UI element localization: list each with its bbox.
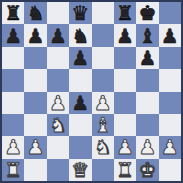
square-d5[interactable] [69, 69, 91, 91]
black-pawn[interactable]: ♟ [116, 25, 134, 45]
black-pawn[interactable]: ♟ [4, 25, 22, 45]
white-pawn[interactable]: ♟ [161, 137, 179, 157]
black-pawn[interactable]: ♟ [138, 47, 156, 67]
square-d2[interactable] [69, 136, 91, 158]
square-a6[interactable] [2, 47, 24, 69]
square-a8[interactable]: ♜ [2, 2, 24, 24]
square-h2[interactable]: ♟ [159, 136, 181, 158]
black-pawn[interactable]: ♟ [27, 25, 45, 45]
black-pawn[interactable]: ♟ [49, 25, 67, 45]
square-c2[interactable] [47, 136, 69, 158]
white-queen[interactable]: ♛ [71, 159, 89, 179]
square-c5[interactable] [47, 69, 69, 91]
square-e1[interactable] [92, 159, 114, 181]
black-queen[interactable]: ♛ [71, 3, 89, 23]
square-a2[interactable]: ♟ [2, 136, 24, 158]
white-king[interactable]: ♚ [138, 159, 156, 179]
square-c6[interactable] [47, 47, 69, 69]
black-rook[interactable]: ♜ [4, 3, 22, 23]
square-f2[interactable]: ♟ [114, 136, 136, 158]
square-f5[interactable] [114, 69, 136, 91]
black-king[interactable]: ♚ [138, 3, 156, 23]
square-a1[interactable]: ♜ [2, 159, 24, 181]
square-f6[interactable] [114, 47, 136, 69]
square-g7[interactable]: ♝ [136, 24, 158, 46]
square-f3[interactable] [114, 114, 136, 136]
square-d6[interactable]: ♟ [69, 47, 91, 69]
square-g4[interactable] [136, 92, 158, 114]
square-b7[interactable]: ♟ [24, 24, 46, 46]
square-b2[interactable]: ♟ [24, 136, 46, 158]
square-b6[interactable] [24, 47, 46, 69]
square-h3[interactable] [159, 114, 181, 136]
square-c4[interactable]: ♟ [47, 92, 69, 114]
white-pawn[interactable]: ♟ [116, 137, 134, 157]
square-a7[interactable]: ♟ [2, 24, 24, 46]
square-d4[interactable]: ♟ [69, 92, 91, 114]
square-b4[interactable] [24, 92, 46, 114]
square-e3[interactable]: ♝ [92, 114, 114, 136]
black-knight[interactable]: ♞ [27, 3, 45, 23]
black-pawn[interactable]: ♟ [71, 47, 89, 67]
square-e6[interactable] [92, 47, 114, 69]
chess-board: ♜♞♛♜♚♟♟♟♞♟♝♟♟♟♟♟♟♞♝♟♟♞♟♟♟♜♛♜♚ [0, 0, 183, 183]
square-g1[interactable]: ♚ [136, 159, 158, 181]
square-e2[interactable]: ♞ [92, 136, 114, 158]
square-e8[interactable] [92, 2, 114, 24]
square-d8[interactable]: ♛ [69, 2, 91, 24]
square-b1[interactable] [24, 159, 46, 181]
board-grid: ♜♞♛♜♚♟♟♟♞♟♝♟♟♟♟♟♟♞♝♟♟♞♟♟♟♜♛♜♚ [2, 2, 181, 181]
square-c8[interactable] [47, 2, 69, 24]
square-g5[interactable] [136, 69, 158, 91]
square-b8[interactable]: ♞ [24, 2, 46, 24]
square-b3[interactable] [24, 114, 46, 136]
square-f8[interactable]: ♜ [114, 2, 136, 24]
square-c7[interactable]: ♟ [47, 24, 69, 46]
square-g8[interactable]: ♚ [136, 2, 158, 24]
black-rook[interactable]: ♜ [116, 3, 134, 23]
square-h1[interactable] [159, 159, 181, 181]
white-knight[interactable]: ♞ [49, 115, 67, 135]
square-h6[interactable] [159, 47, 181, 69]
square-g2[interactable]: ♟ [136, 136, 158, 158]
white-knight[interactable]: ♞ [94, 137, 112, 157]
square-a4[interactable] [2, 92, 24, 114]
square-e7[interactable] [92, 24, 114, 46]
square-c1[interactable] [47, 159, 69, 181]
white-rook[interactable]: ♜ [4, 159, 22, 179]
white-pawn[interactable]: ♟ [27, 137, 45, 157]
square-d3[interactable] [69, 114, 91, 136]
square-f7[interactable]: ♟ [114, 24, 136, 46]
black-bishop[interactable]: ♝ [138, 25, 156, 45]
white-pawn[interactable]: ♟ [94, 92, 112, 112]
square-f4[interactable] [114, 92, 136, 114]
square-h7[interactable]: ♟ [159, 24, 181, 46]
square-e5[interactable] [92, 69, 114, 91]
white-pawn[interactable]: ♟ [138, 137, 156, 157]
square-g6[interactable]: ♟ [136, 47, 158, 69]
white-bishop[interactable]: ♝ [94, 115, 112, 135]
white-pawn[interactable]: ♟ [49, 92, 67, 112]
square-b5[interactable] [24, 69, 46, 91]
black-knight[interactable]: ♞ [71, 25, 89, 45]
white-pawn[interactable]: ♟ [4, 137, 22, 157]
square-c3[interactable]: ♞ [47, 114, 69, 136]
white-rook[interactable]: ♜ [116, 159, 134, 179]
black-pawn[interactable]: ♟ [161, 25, 179, 45]
square-d7[interactable]: ♞ [69, 24, 91, 46]
square-a3[interactable] [2, 114, 24, 136]
square-a5[interactable] [2, 69, 24, 91]
square-h8[interactable] [159, 2, 181, 24]
square-e4[interactable]: ♟ [92, 92, 114, 114]
square-h4[interactable] [159, 92, 181, 114]
square-g3[interactable] [136, 114, 158, 136]
black-pawn[interactable]: ♟ [71, 92, 89, 112]
square-d1[interactable]: ♛ [69, 159, 91, 181]
square-h5[interactable] [159, 69, 181, 91]
square-f1[interactable]: ♜ [114, 159, 136, 181]
